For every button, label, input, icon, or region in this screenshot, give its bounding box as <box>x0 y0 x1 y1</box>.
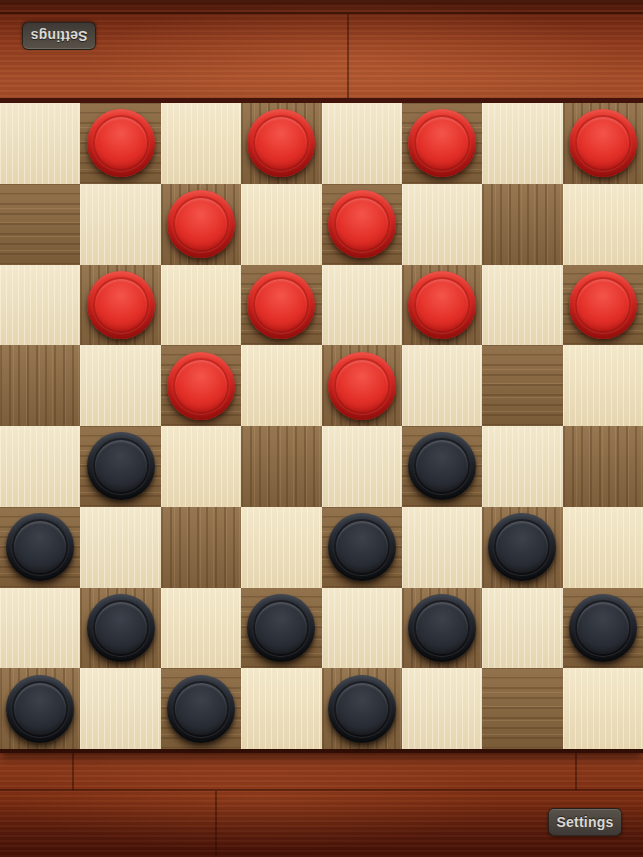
checker-red[interactable] <box>569 271 637 339</box>
checker-black[interactable] <box>488 513 556 581</box>
square-r0c4 <box>322 103 402 184</box>
square-r5c1 <box>80 507 160 588</box>
square-r1c7 <box>563 184 643 265</box>
square-r2c3[interactable] <box>241 265 321 346</box>
square-r6c3[interactable] <box>241 588 321 669</box>
square-r0c3[interactable] <box>241 103 321 184</box>
square-r1c6[interactable] <box>482 184 562 265</box>
square-r3c3 <box>241 345 321 426</box>
square-r7c6[interactable] <box>482 668 562 749</box>
square-r1c2[interactable] <box>161 184 241 265</box>
square-r6c1[interactable] <box>80 588 160 669</box>
square-r6c0 <box>0 588 80 669</box>
checker-black[interactable] <box>328 675 396 743</box>
square-r2c2 <box>161 265 241 346</box>
square-r5c0[interactable] <box>0 507 80 588</box>
square-r4c4 <box>322 426 402 507</box>
plank-seam <box>72 751 74 790</box>
checker-black[interactable] <box>167 675 235 743</box>
square-r4c5[interactable] <box>402 426 482 507</box>
settings-button-top-label: Settings <box>31 28 88 44</box>
square-r5c6[interactable] <box>482 507 562 588</box>
checker-red[interactable] <box>408 109 476 177</box>
checker-black[interactable] <box>247 594 315 662</box>
checker-black[interactable] <box>87 594 155 662</box>
checker-black[interactable] <box>569 594 637 662</box>
checker-red[interactable] <box>87 271 155 339</box>
square-r7c1 <box>80 668 160 749</box>
square-r2c0 <box>0 265 80 346</box>
square-r3c6[interactable] <box>482 345 562 426</box>
checker-red[interactable] <box>167 190 235 258</box>
checker-black[interactable] <box>328 513 396 581</box>
checker-black[interactable] <box>6 675 74 743</box>
square-r5c4[interactable] <box>322 507 402 588</box>
square-r2c4 <box>322 265 402 346</box>
square-r1c1 <box>80 184 160 265</box>
square-r4c2 <box>161 426 241 507</box>
square-r1c5 <box>402 184 482 265</box>
square-r6c6 <box>482 588 562 669</box>
square-r2c7[interactable] <box>563 265 643 346</box>
square-r0c5[interactable] <box>402 103 482 184</box>
square-r7c5 <box>402 668 482 749</box>
checker-red[interactable] <box>569 109 637 177</box>
checker-black[interactable] <box>87 432 155 500</box>
square-r4c3[interactable] <box>241 426 321 507</box>
square-r7c0[interactable] <box>0 668 80 749</box>
checker-black[interactable] <box>408 594 476 662</box>
square-r4c1[interactable] <box>80 426 160 507</box>
square-r3c1 <box>80 345 160 426</box>
square-r6c5[interactable] <box>402 588 482 669</box>
settings-button-bottom[interactable]: Settings <box>548 808 622 836</box>
square-r3c5 <box>402 345 482 426</box>
square-r3c0[interactable] <box>0 345 80 426</box>
square-r2c1[interactable] <box>80 265 160 346</box>
square-r7c3 <box>241 668 321 749</box>
square-r7c2[interactable] <box>161 668 241 749</box>
square-r0c1[interactable] <box>80 103 160 184</box>
square-r0c2 <box>161 103 241 184</box>
square-r5c7 <box>563 507 643 588</box>
square-r6c2 <box>161 588 241 669</box>
square-r5c5 <box>402 507 482 588</box>
checkers-board <box>0 98 643 753</box>
square-r5c2[interactable] <box>161 507 241 588</box>
settings-button-top[interactable]: Settings <box>22 22 96 50</box>
checker-black[interactable] <box>408 432 476 500</box>
checker-red[interactable] <box>247 271 315 339</box>
square-r1c0[interactable] <box>0 184 80 265</box>
square-r2c5[interactable] <box>402 265 482 346</box>
square-r0c6 <box>482 103 562 184</box>
square-r0c0 <box>0 103 80 184</box>
square-r7c4[interactable] <box>322 668 402 749</box>
square-r1c3 <box>241 184 321 265</box>
square-r6c7[interactable] <box>563 588 643 669</box>
square-r3c4[interactable] <box>322 345 402 426</box>
square-r1c4[interactable] <box>322 184 402 265</box>
square-r4c6 <box>482 426 562 507</box>
square-r4c7[interactable] <box>563 426 643 507</box>
checker-red[interactable] <box>87 109 155 177</box>
square-r3c2[interactable] <box>161 345 241 426</box>
settings-button-bottom-label: Settings <box>557 814 614 830</box>
square-r5c3 <box>241 507 321 588</box>
plank-seam <box>347 14 349 98</box>
square-r0c7[interactable] <box>563 103 643 184</box>
plank-seam <box>575 751 577 790</box>
checker-red[interactable] <box>328 190 396 258</box>
square-r6c4 <box>322 588 402 669</box>
checker-red[interactable] <box>408 271 476 339</box>
checker-black[interactable] <box>6 513 74 581</box>
square-r7c7 <box>563 668 643 749</box>
checker-red[interactable] <box>328 352 396 420</box>
square-r4c0 <box>0 426 80 507</box>
checker-red[interactable] <box>167 352 235 420</box>
plank-seam <box>215 791 217 857</box>
checker-red[interactable] <box>247 109 315 177</box>
square-r3c7 <box>563 345 643 426</box>
square-r2c6 <box>482 265 562 346</box>
